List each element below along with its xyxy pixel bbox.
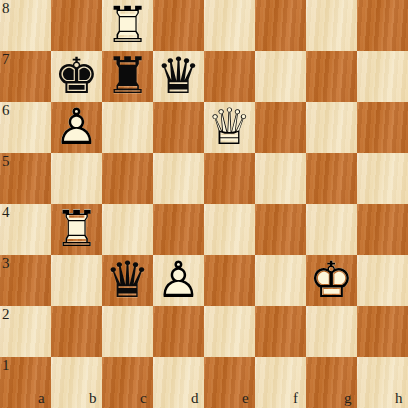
- square-h5[interactable]: [357, 153, 408, 204]
- square-h8[interactable]: [357, 0, 408, 51]
- square-h6[interactable]: [357, 102, 408, 153]
- square-g5[interactable]: [306, 153, 357, 204]
- piece-white-king-g3[interactable]: ♚♔: [306, 255, 357, 306]
- square-h1[interactable]: [357, 357, 408, 408]
- square-g3[interactable]: ♚♔: [306, 255, 357, 306]
- square-c7[interactable]: ♜: [102, 51, 153, 102]
- square-e2[interactable]: [204, 306, 255, 357]
- square-b6[interactable]: ♟♙: [51, 102, 102, 153]
- piece-black-king-b7[interactable]: ♚: [51, 51, 102, 102]
- square-g8[interactable]: [306, 0, 357, 51]
- square-b2[interactable]: [51, 306, 102, 357]
- piece-white-rook-b4[interactable]: ♜♖: [51, 204, 102, 255]
- square-a6[interactable]: [0, 102, 51, 153]
- piece-black-queen-c3[interactable]: ♛: [102, 255, 153, 306]
- white-pawn-outline: ♙: [153, 255, 204, 306]
- square-c2[interactable]: [102, 306, 153, 357]
- square-b5[interactable]: [51, 153, 102, 204]
- square-e3[interactable]: [204, 255, 255, 306]
- square-c4[interactable]: [102, 204, 153, 255]
- square-e6[interactable]: ♛♕: [204, 102, 255, 153]
- white-king-outline: ♔: [306, 255, 357, 306]
- square-f2[interactable]: [255, 306, 306, 357]
- square-c6[interactable]: [102, 102, 153, 153]
- square-h3[interactable]: [357, 255, 408, 306]
- square-h2[interactable]: [357, 306, 408, 357]
- square-f3[interactable]: [255, 255, 306, 306]
- square-b8[interactable]: [51, 0, 102, 51]
- square-c3[interactable]: ♛: [102, 255, 153, 306]
- square-f4[interactable]: [255, 204, 306, 255]
- black-queen-glyph: ♛: [153, 51, 204, 102]
- square-g7[interactable]: [306, 51, 357, 102]
- piece-white-pawn-d3[interactable]: ♟♙: [153, 255, 204, 306]
- black-queen-glyph: ♛: [102, 255, 153, 306]
- white-queen-outline: ♕: [204, 102, 255, 153]
- square-d2[interactable]: [153, 306, 204, 357]
- piece-white-queen-e6[interactable]: ♛♕: [204, 102, 255, 153]
- square-d4[interactable]: [153, 204, 204, 255]
- square-c1[interactable]: [102, 357, 153, 408]
- square-g1[interactable]: [306, 357, 357, 408]
- white-pawn-outline: ♙: [51, 102, 102, 153]
- square-g2[interactable]: [306, 306, 357, 357]
- square-f7[interactable]: [255, 51, 306, 102]
- square-e8[interactable]: [204, 0, 255, 51]
- square-a8[interactable]: [0, 0, 51, 51]
- square-d8[interactable]: [153, 0, 204, 51]
- black-rook-glyph: ♜: [102, 51, 153, 102]
- square-b4[interactable]: ♜♖: [51, 204, 102, 255]
- square-d5[interactable]: [153, 153, 204, 204]
- square-f1[interactable]: [255, 357, 306, 408]
- square-f6[interactable]: [255, 102, 306, 153]
- square-d6[interactable]: [153, 102, 204, 153]
- piece-white-pawn-b6[interactable]: ♟♙: [51, 102, 102, 153]
- square-e5[interactable]: [204, 153, 255, 204]
- square-e7[interactable]: [204, 51, 255, 102]
- chess-board: ♜♖♚♜♛♟♙♛♕♜♖♛♟♙♚♔87654321abcdefgh: [0, 0, 408, 408]
- square-b3[interactable]: [51, 255, 102, 306]
- black-king-glyph: ♚: [51, 51, 102, 102]
- square-h7[interactable]: [357, 51, 408, 102]
- square-g4[interactable]: [306, 204, 357, 255]
- square-a7[interactable]: [0, 51, 51, 102]
- square-e1[interactable]: [204, 357, 255, 408]
- piece-black-queen-d7[interactable]: ♛: [153, 51, 204, 102]
- piece-black-rook-c7[interactable]: ♜: [102, 51, 153, 102]
- square-a3[interactable]: [0, 255, 51, 306]
- square-d7[interactable]: ♛: [153, 51, 204, 102]
- piece-white-rook-c8[interactable]: ♜♖: [102, 0, 153, 51]
- square-c8[interactable]: ♜♖: [102, 0, 153, 51]
- square-d3[interactable]: ♟♙: [153, 255, 204, 306]
- square-g6[interactable]: [306, 102, 357, 153]
- square-b7[interactable]: ♚: [51, 51, 102, 102]
- white-rook-outline: ♖: [51, 204, 102, 255]
- square-d1[interactable]: [153, 357, 204, 408]
- square-f5[interactable]: [255, 153, 306, 204]
- square-f8[interactable]: [255, 0, 306, 51]
- square-h4[interactable]: [357, 204, 408, 255]
- white-rook-outline: ♖: [102, 0, 153, 51]
- square-a1[interactable]: [0, 357, 51, 408]
- square-c5[interactable]: [102, 153, 153, 204]
- square-a5[interactable]: [0, 153, 51, 204]
- square-a4[interactable]: [0, 204, 51, 255]
- square-b1[interactable]: [51, 357, 102, 408]
- square-e4[interactable]: [204, 204, 255, 255]
- square-a2[interactable]: [0, 306, 51, 357]
